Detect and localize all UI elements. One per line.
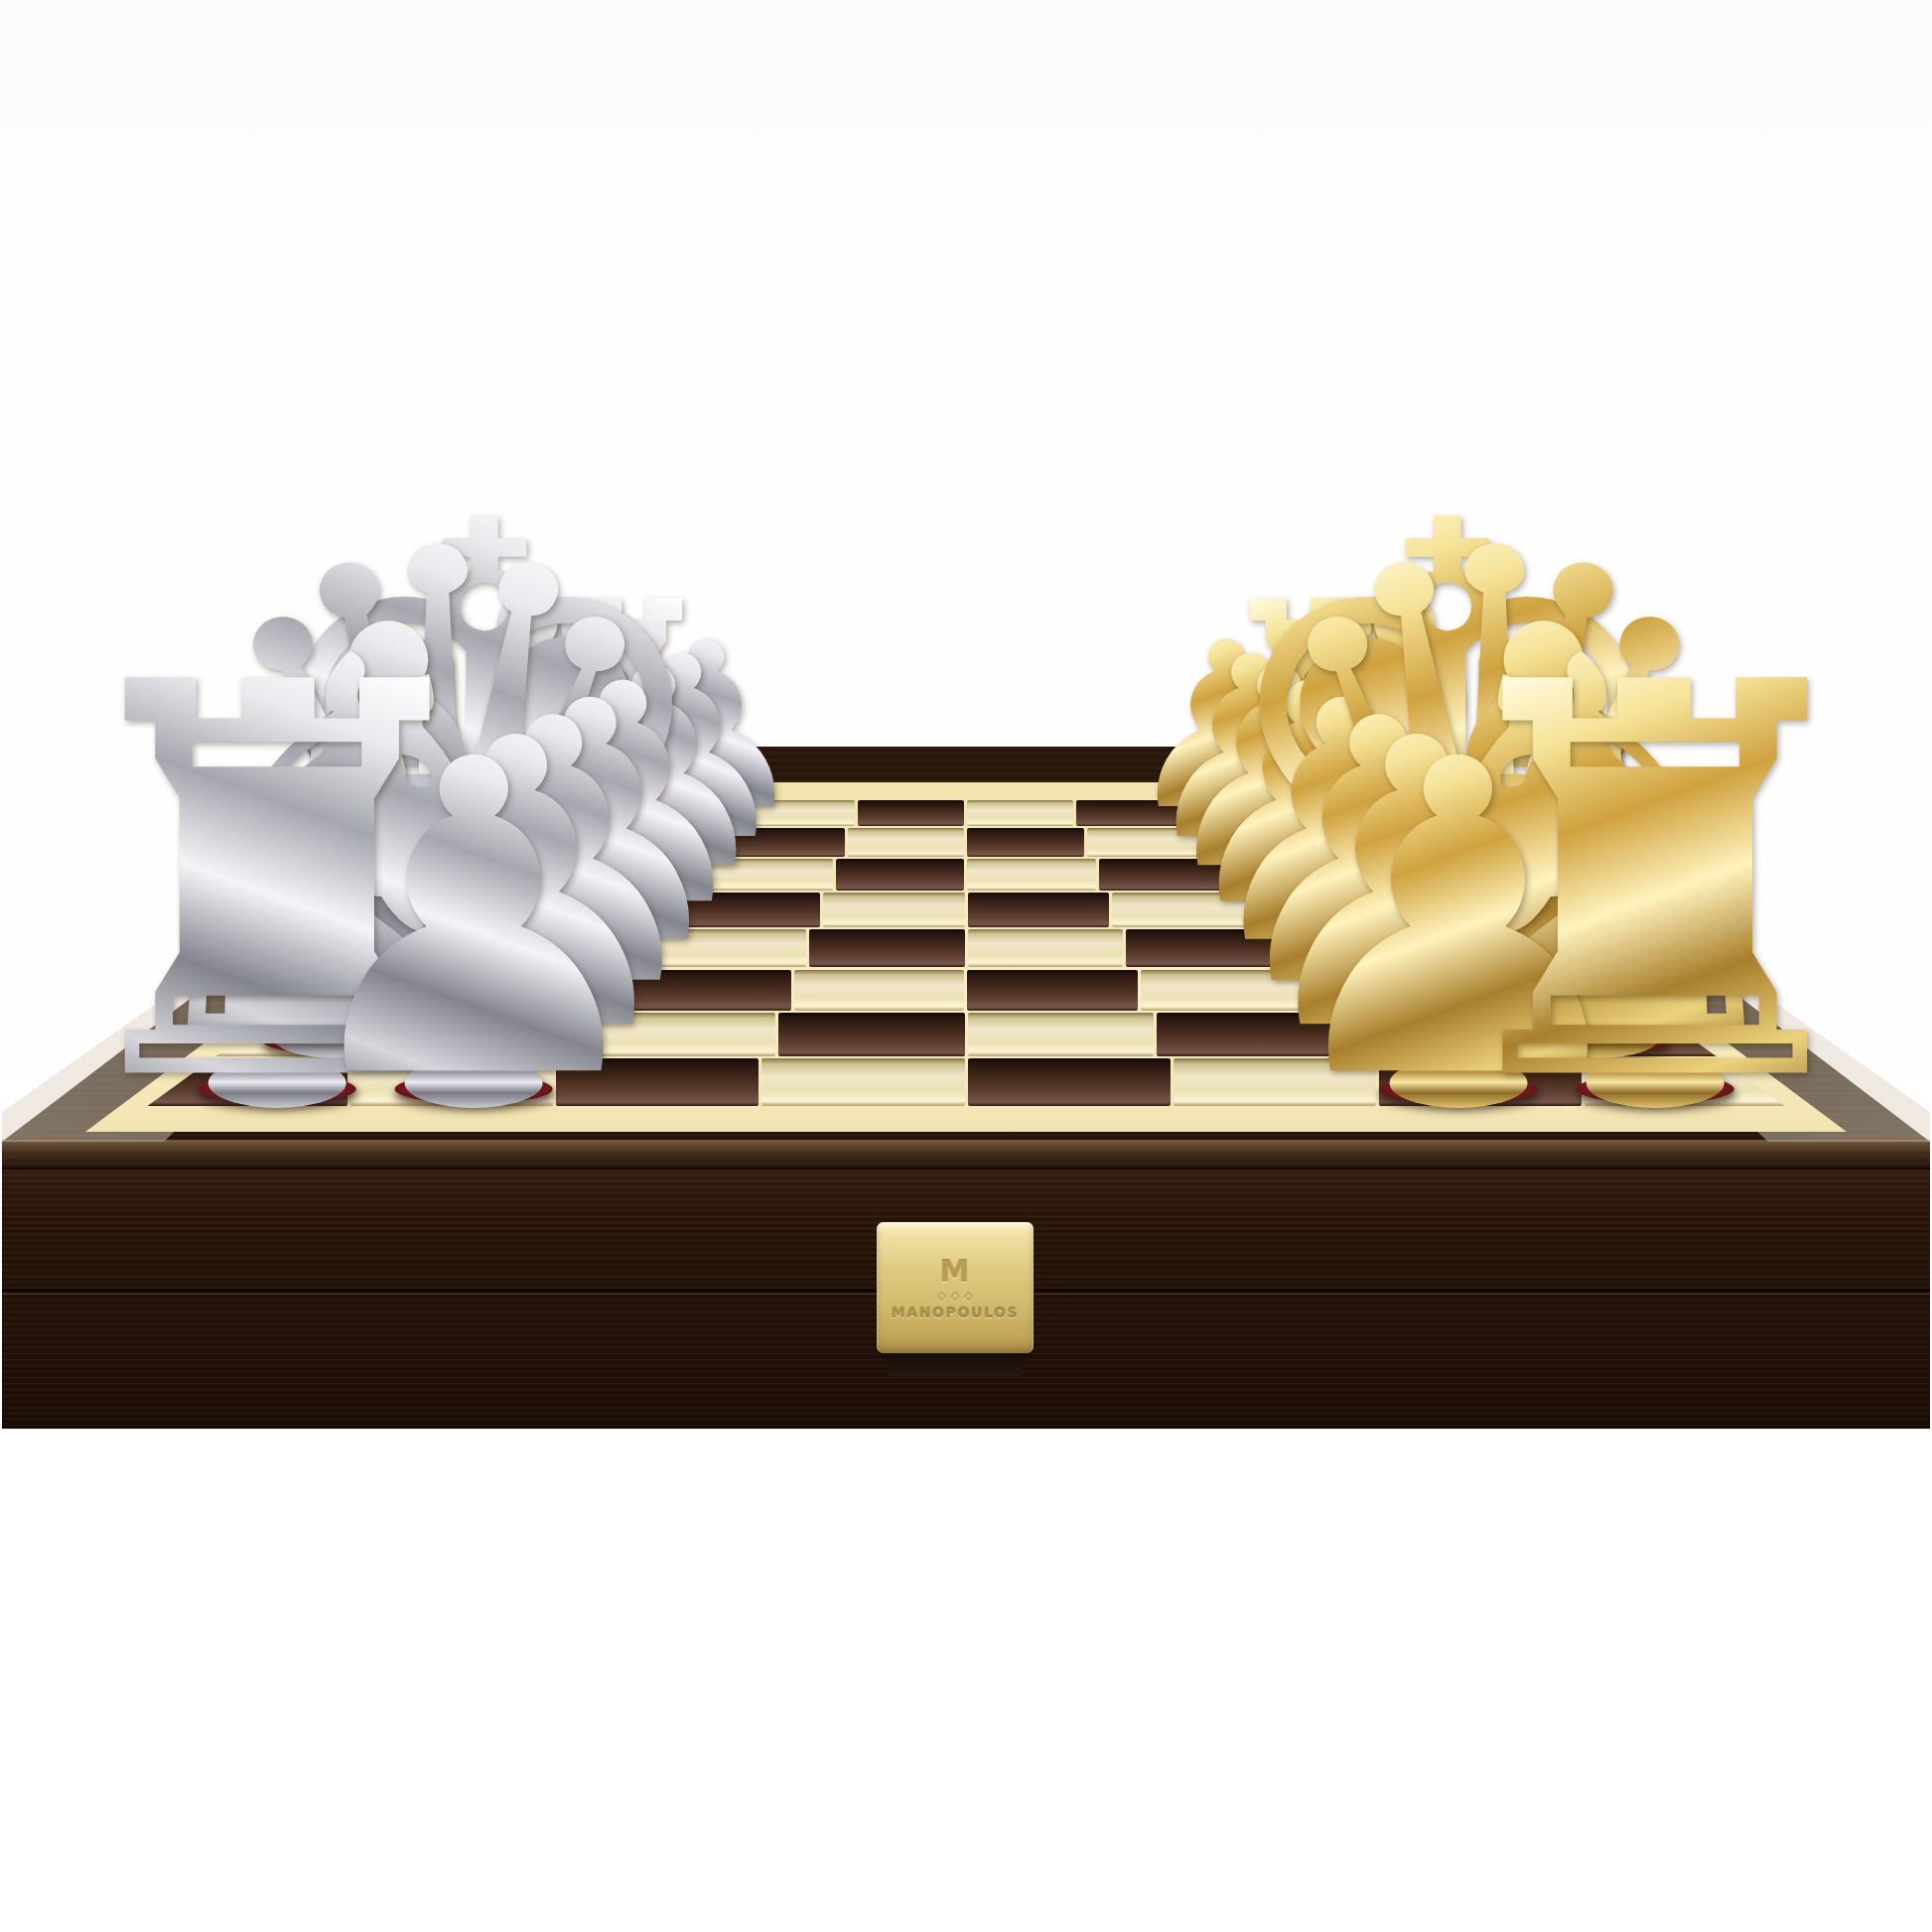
square-f7	[1230, 859, 1358, 891]
square-b2	[401, 1013, 587, 1056]
square-h7	[1185, 800, 1292, 826]
square-a6	[1173, 1058, 1376, 1106]
square-b4	[778, 1013, 964, 1056]
brand-logo-mark: M	[940, 1257, 971, 1287]
square-e5	[968, 893, 1109, 927]
board-rank-row-file-e	[391, 893, 1542, 927]
square-g2	[608, 828, 725, 857]
square-c4	[794, 970, 964, 1011]
square-c2	[449, 970, 619, 1011]
board-rank-row-file-b	[212, 1013, 1720, 1056]
square-f3	[705, 859, 833, 891]
square-e6	[1112, 893, 1253, 927]
square-e2	[535, 893, 676, 927]
square-h4	[858, 800, 964, 826]
square-a7	[1379, 1058, 1582, 1106]
square-c5	[967, 970, 1137, 1011]
square-b3	[590, 1013, 775, 1056]
square-d2	[493, 929, 648, 967]
board-rank-row-file-g	[488, 828, 1444, 857]
square-f6	[1099, 859, 1227, 891]
board-rank-row-file-d	[336, 929, 1596, 967]
square-h6	[1076, 800, 1182, 826]
square-b6	[1157, 1013, 1342, 1056]
square-g7	[1207, 828, 1324, 857]
square-a2	[350, 1058, 553, 1106]
board-rank-row-file-f	[442, 859, 1490, 891]
square-c7	[1313, 970, 1483, 1011]
square-g4	[848, 828, 965, 857]
square-d5	[968, 929, 1123, 967]
square-g3	[728, 828, 845, 857]
square-c6	[1141, 970, 1311, 1011]
square-d4	[809, 929, 964, 967]
square-f5	[967, 859, 1095, 891]
brass-clasp: M ◇◇◇ MANOPOULOS	[877, 1222, 1034, 1353]
square-e3	[679, 893, 820, 927]
square-a5	[968, 1058, 1171, 1106]
board-rank-row-file-h	[531, 800, 1402, 826]
board-rank-row-file-c	[276, 970, 1656, 1011]
square-a3	[556, 1058, 759, 1106]
square-f4	[836, 859, 964, 891]
square-d3	[651, 929, 806, 967]
square-b5	[968, 1013, 1154, 1056]
square-h3	[749, 800, 855, 826]
board-rank-row-file-a	[145, 1058, 1788, 1106]
square-f2	[573, 859, 701, 891]
product-photo-scene: M ◇◇◇ MANOPOULOS ♜♟♟♜♞♟♟♞♝♟♟♝♚♟♟♚♛♟♟♛♝♟♟…	[0, 0, 1932, 1932]
square-e4	[823, 893, 964, 927]
square-g5	[967, 828, 1084, 857]
brand-logo-text: MANOPOULOS	[892, 1306, 1019, 1319]
square-g6	[1087, 828, 1204, 857]
square-d7	[1284, 929, 1439, 967]
square-b7	[1345, 1013, 1531, 1056]
square-c3	[621, 970, 791, 1011]
brand-logo-diamonds-icon: ◇◇◇	[932, 1291, 977, 1302]
square-h5	[967, 800, 1073, 826]
square-d6	[1126, 929, 1281, 967]
square-e7	[1256, 893, 1397, 927]
case-rim-highlight-front	[2, 1140, 1930, 1170]
clasp-shadow	[887, 1353, 1024, 1376]
square-a4	[761, 1058, 964, 1106]
square-h2	[639, 800, 746, 826]
